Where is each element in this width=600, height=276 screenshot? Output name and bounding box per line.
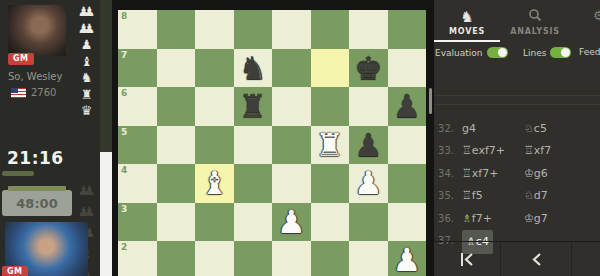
square-g2[interactable] xyxy=(349,241,388,276)
captured-white-row-0: ♟♟ xyxy=(81,4,89,21)
divider xyxy=(571,242,572,276)
moves-panel: ♞ MOVES ANALYSIS ⚙ Evaluation Lines Feed… xyxy=(434,0,600,276)
rank-label-8: 8 xyxy=(121,11,127,21)
toggle-knob xyxy=(561,48,570,57)
time-bar xyxy=(8,186,66,191)
square-f6[interactable] xyxy=(311,87,350,126)
square-c2[interactable] xyxy=(195,241,234,276)
clock-active: 21:16 xyxy=(7,148,64,168)
square-e7[interactable] xyxy=(272,49,311,88)
square-f2[interactable] xyxy=(311,241,350,276)
square-d7[interactable]: ♞ xyxy=(234,49,273,88)
square-f5[interactable]: ♜ xyxy=(311,126,350,165)
square-c3[interactable] xyxy=(195,203,234,242)
square-g7[interactable]: ♚ xyxy=(349,49,388,88)
white-move[interactable]: ♖xf7+ xyxy=(462,163,498,185)
tab-moves-label: MOVES xyxy=(449,27,485,36)
evaluation-toggle-row: Evaluation xyxy=(435,47,508,58)
square-b7[interactable] xyxy=(157,49,196,88)
white-move[interactable]: ♖f5 xyxy=(462,185,483,207)
rank-label-3: 3 xyxy=(121,204,127,214)
tab-analysis-label: ANALYSIS xyxy=(510,27,560,36)
square-e4[interactable] xyxy=(272,164,311,203)
lines-toggle-label: Lines xyxy=(523,48,546,58)
divider xyxy=(434,95,600,96)
captured-white-row-1: ♟♟ xyxy=(81,21,89,38)
square-c6[interactable] xyxy=(195,87,234,126)
us-flag-icon xyxy=(11,88,26,98)
black-move[interactable]: ♔g7 xyxy=(524,208,548,230)
white-move[interactable]: g4 xyxy=(462,118,476,140)
square-c7[interactable] xyxy=(195,49,234,88)
square-e2[interactable] xyxy=(272,241,311,276)
square-a5[interactable]: 5 xyxy=(118,126,157,165)
square-e5[interactable] xyxy=(272,126,311,165)
square-d6[interactable]: ♜ xyxy=(234,87,273,126)
square-e8[interactable] xyxy=(272,10,311,49)
square-a8[interactable]: 8 xyxy=(118,10,157,49)
rank-label-2: 2 xyxy=(121,242,127,252)
black-pawn-h6[interactable]: ♟ xyxy=(388,87,427,126)
move-number: 36. xyxy=(436,208,454,230)
square-a7[interactable]: 7 xyxy=(118,49,157,88)
square-f7[interactable] xyxy=(311,49,350,88)
move-number: 35. xyxy=(436,185,454,207)
evaluation-bar-black xyxy=(100,0,112,152)
black-pawn-g5[interactable]: ♟ xyxy=(349,126,388,165)
white-move[interactable]: ♗f7+ xyxy=(462,208,492,230)
square-c8[interactable] xyxy=(195,10,234,49)
evaluation-toggle-label: Evaluation xyxy=(435,48,483,58)
move-number: 32. xyxy=(436,118,454,140)
square-h7[interactable] xyxy=(388,49,427,88)
move-navigation-bar xyxy=(434,241,600,276)
lines-toggle[interactable] xyxy=(550,47,571,58)
captured-black-row-1: ♟♟ xyxy=(81,201,89,222)
square-a2[interactable]: 2 xyxy=(118,241,157,276)
captured-white-row-4: ♞ xyxy=(84,70,87,87)
clock-inactive: 48:00 xyxy=(2,196,72,211)
evaluation-bar-white xyxy=(100,152,112,276)
square-e3[interactable]: ♟ xyxy=(272,203,311,242)
square-d2[interactable] xyxy=(234,241,273,276)
chevron-left-icon xyxy=(532,253,541,266)
chess-board[interactable]: 87♞♚6♜♟5♜♟4♝♟3♟2♟ xyxy=(118,10,426,276)
feedback-toggle-row: Feedback xyxy=(579,47,600,57)
square-b2[interactable] xyxy=(157,241,196,276)
square-h2[interactable]: ♟ xyxy=(388,241,427,276)
tab-third-partial-icon[interactable]: ⚙ xyxy=(593,8,600,24)
square-b5[interactable] xyxy=(157,126,196,165)
evaluation-toggle[interactable] xyxy=(487,47,508,58)
move-row-33: 33.♖exf7+♖xf7 xyxy=(434,140,600,162)
white-pawn-h2[interactable]: ♟ xyxy=(388,241,427,276)
gm-badge-top: GM xyxy=(8,53,34,65)
chevron-left-icon xyxy=(464,253,473,266)
square-f4[interactable] xyxy=(311,164,350,203)
clock-progress-bar xyxy=(2,171,34,176)
tab-analysis[interactable]: ANALYSIS xyxy=(505,4,565,40)
square-b8[interactable] xyxy=(157,10,196,49)
rank-label-5: 5 xyxy=(121,127,127,137)
skip-to-start-button[interactable] xyxy=(434,242,500,276)
square-f3[interactable] xyxy=(311,203,350,242)
square-d8[interactable] xyxy=(234,10,273,49)
square-g8[interactable] xyxy=(349,10,388,49)
active-tab-underline xyxy=(434,40,500,42)
move-row-36: 36.♗f7+♔g7 xyxy=(434,208,600,230)
white-rook-f5[interactable]: ♜ xyxy=(311,126,350,165)
us-flag-canton xyxy=(11,88,18,93)
rank-label-4: 4 xyxy=(121,165,127,175)
square-h5[interactable] xyxy=(388,126,427,165)
square-c4[interactable]: ♝ xyxy=(195,164,234,203)
black-rook-d6[interactable]: ♜ xyxy=(234,87,273,126)
square-d3[interactable] xyxy=(234,203,273,242)
toggle-knob xyxy=(498,48,507,57)
white-pawn-g4[interactable]: ♟ xyxy=(349,164,388,203)
square-h6[interactable]: ♟ xyxy=(388,87,427,126)
square-h8[interactable] xyxy=(388,10,427,49)
feedback-toggle-label: Feedback xyxy=(579,47,600,57)
square-b3[interactable] xyxy=(157,203,196,242)
black-move[interactable]: ♘d7 xyxy=(524,185,548,207)
tab-moves[interactable]: ♞ MOVES xyxy=(434,4,500,40)
divider xyxy=(434,104,600,105)
black-move[interactable]: ♘c5 xyxy=(524,118,547,140)
captured-black-row-0: ♟♟ xyxy=(81,180,89,201)
move-number: 33. xyxy=(436,140,454,162)
white-bishop-c4[interactable]: ♝ xyxy=(195,164,234,203)
square-f8[interactable] xyxy=(311,10,350,49)
step-back-button[interactable] xyxy=(501,242,571,276)
square-d5[interactable] xyxy=(234,126,273,165)
move-row-32: 32.g4♘c5 xyxy=(434,118,600,140)
square-d4[interactable] xyxy=(234,164,273,203)
square-a6[interactable]: 6 xyxy=(118,87,157,126)
black-move[interactable]: ♔g6 xyxy=(524,163,548,185)
skip-to-start-icon xyxy=(461,253,464,266)
gm-badge-bottom: GM xyxy=(2,266,28,276)
black-move[interactable]: ♖xf7 xyxy=(524,140,551,162)
knight-icon: ♞ xyxy=(460,9,473,25)
webcam-player-top xyxy=(8,5,66,56)
captured-white-row-2: ♟ xyxy=(84,37,87,54)
white-move[interactable]: ♖exf7+ xyxy=(462,140,505,162)
move-number: 34. xyxy=(436,163,454,185)
player-rating: 2760 xyxy=(31,87,56,98)
captured-white-pieces: ♟♟♟♟♟♝♞♜♛ xyxy=(70,4,100,120)
square-h4[interactable] xyxy=(388,164,427,203)
square-g5[interactable]: ♟ xyxy=(349,126,388,165)
lines-toggle-row: Lines xyxy=(523,47,571,58)
move-row-35: 35.♖f5♘d7 xyxy=(434,185,600,207)
captured-white-row-3: ♝ xyxy=(84,54,87,71)
square-g4[interactable]: ♟ xyxy=(349,164,388,203)
player-panel: GM So, Wesley 2760 ♟♟♟♟♟♝♞♜♛ 21:16 48:00… xyxy=(0,0,100,276)
move-row-34: 34.♖xf7+♔g6 xyxy=(434,163,600,185)
square-g3[interactable] xyxy=(349,203,388,242)
magnifier-icon xyxy=(528,8,542,25)
square-a4[interactable]: 4 xyxy=(118,164,157,203)
rank-label-6: 6 xyxy=(121,88,127,98)
square-h3[interactable] xyxy=(388,203,427,242)
square-b6[interactable] xyxy=(157,87,196,126)
captured-white-row-5: ♜ xyxy=(84,87,87,104)
rank-label-7: 7 xyxy=(121,50,127,60)
square-b4[interactable] xyxy=(157,164,196,203)
player-name: So, Wesley xyxy=(8,71,62,82)
square-e6[interactable] xyxy=(272,87,311,126)
black-king-g7[interactable]: ♚ xyxy=(349,49,388,88)
scrollbar-thumb[interactable] xyxy=(429,88,432,114)
square-c5[interactable] xyxy=(195,126,234,165)
square-g6[interactable] xyxy=(349,87,388,126)
square-a3[interactable]: 3 xyxy=(118,203,157,242)
captured-white-row-6: ♛ xyxy=(84,103,87,120)
white-pawn-e3[interactable]: ♟ xyxy=(272,203,311,242)
evaluation-bar xyxy=(100,0,112,276)
black-knight-d7[interactable]: ♞ xyxy=(234,49,273,88)
